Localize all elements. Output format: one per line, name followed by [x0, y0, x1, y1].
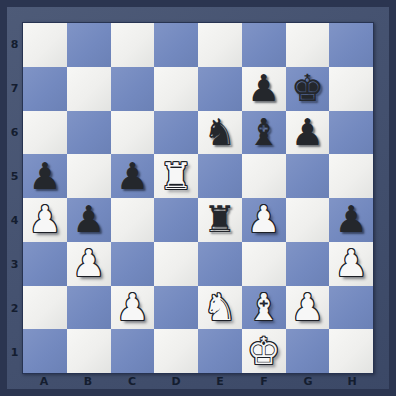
- square-g2[interactable]: ♟: [286, 286, 330, 330]
- square-g3[interactable]: [286, 242, 330, 286]
- square-e1[interactable]: [198, 329, 242, 373]
- square-f7[interactable]: ♟: [242, 67, 286, 111]
- square-h8[interactable]: [329, 23, 373, 67]
- square-e8[interactable]: [198, 23, 242, 67]
- white-pawn-h3-piece[interactable]: ♟: [335, 245, 368, 282]
- square-f3[interactable]: [242, 242, 286, 286]
- square-g8[interactable]: [286, 23, 330, 67]
- file-label-f: F: [242, 374, 286, 389]
- white-pawn-f4-piece[interactable]: ♟: [247, 201, 280, 238]
- square-f1[interactable]: ♚: [242, 329, 286, 373]
- square-a8[interactable]: [23, 23, 67, 67]
- file-label-e: E: [198, 374, 242, 389]
- square-g7[interactable]: ♚: [286, 67, 330, 111]
- chess-board: ♟♚♞♝♟♟♟♜♟♟♜♟♟♟♟♟♞♝♟♚: [22, 22, 374, 374]
- white-rook-d5-piece[interactable]: ♜: [160, 158, 193, 195]
- rank-label-1: 1: [7, 330, 22, 374]
- rank-label-4: 4: [7, 198, 22, 242]
- square-c5[interactable]: ♟: [111, 154, 155, 198]
- square-f2[interactable]: ♝: [242, 286, 286, 330]
- white-pawn-g2-piece[interactable]: ♟: [291, 289, 324, 326]
- square-h7[interactable]: [329, 67, 373, 111]
- white-pawn-a4-piece[interactable]: ♟: [28, 201, 61, 238]
- square-h5[interactable]: [329, 154, 373, 198]
- square-d2[interactable]: [154, 286, 198, 330]
- rank-label-6: 6: [7, 110, 22, 154]
- square-b8[interactable]: [67, 23, 111, 67]
- square-h1[interactable]: [329, 329, 373, 373]
- rank-labels: 87654321: [7, 22, 22, 374]
- square-c7[interactable]: [111, 67, 155, 111]
- square-e6[interactable]: ♞: [198, 111, 242, 155]
- black-pawn-f7-piece[interactable]: ♟: [247, 70, 280, 107]
- square-a2[interactable]: [23, 286, 67, 330]
- square-a5[interactable]: ♟: [23, 154, 67, 198]
- square-b7[interactable]: [67, 67, 111, 111]
- square-b2[interactable]: [67, 286, 111, 330]
- square-d6[interactable]: [154, 111, 198, 155]
- square-e7[interactable]: [198, 67, 242, 111]
- square-d7[interactable]: [154, 67, 198, 111]
- square-g5[interactable]: [286, 154, 330, 198]
- square-d5[interactable]: ♜: [154, 154, 198, 198]
- square-d1[interactable]: [154, 329, 198, 373]
- square-d4[interactable]: [154, 198, 198, 242]
- square-h3[interactable]: ♟: [329, 242, 373, 286]
- square-b4[interactable]: ♟: [67, 198, 111, 242]
- rank-label-7: 7: [7, 66, 22, 110]
- square-a7[interactable]: [23, 67, 67, 111]
- white-knight-e2-piece[interactable]: ♞: [203, 289, 236, 326]
- square-a4[interactable]: ♟: [23, 198, 67, 242]
- rank-label-3: 3: [7, 242, 22, 286]
- white-pawn-c2-piece[interactable]: ♟: [116, 289, 149, 326]
- square-e2[interactable]: ♞: [198, 286, 242, 330]
- square-f4[interactable]: ♟: [242, 198, 286, 242]
- black-pawn-a5-piece[interactable]: ♟: [28, 158, 61, 195]
- square-g6[interactable]: ♟: [286, 111, 330, 155]
- black-pawn-c5-piece[interactable]: ♟: [116, 158, 149, 195]
- square-g1[interactable]: [286, 329, 330, 373]
- black-pawn-g6-piece[interactable]: ♟: [291, 114, 324, 151]
- black-knight-e6-piece[interactable]: ♞: [203, 114, 236, 151]
- file-label-c: C: [110, 374, 154, 389]
- rank-label-8: 8: [7, 22, 22, 66]
- square-a3[interactable]: [23, 242, 67, 286]
- square-h4[interactable]: ♟: [329, 198, 373, 242]
- square-d8[interactable]: [154, 23, 198, 67]
- square-c3[interactable]: [111, 242, 155, 286]
- square-c4[interactable]: [111, 198, 155, 242]
- square-b3[interactable]: ♟: [67, 242, 111, 286]
- square-a6[interactable]: [23, 111, 67, 155]
- square-d3[interactable]: [154, 242, 198, 286]
- file-label-b: B: [66, 374, 110, 389]
- file-labels: ABCDEFGH: [22, 374, 374, 389]
- square-b1[interactable]: [67, 329, 111, 373]
- square-g4[interactable]: [286, 198, 330, 242]
- white-bishop-f2-piece[interactable]: ♝: [247, 289, 280, 326]
- square-b5[interactable]: [67, 154, 111, 198]
- file-label-g: G: [286, 374, 330, 389]
- rank-label-5: 5: [7, 154, 22, 198]
- file-label-a: A: [22, 374, 66, 389]
- file-label-d: D: [154, 374, 198, 389]
- square-e5[interactable]: [198, 154, 242, 198]
- black-pawn-b4-piece[interactable]: ♟: [72, 201, 105, 238]
- square-h6[interactable]: [329, 111, 373, 155]
- white-pawn-b3-piece[interactable]: ♟: [72, 245, 105, 282]
- white-king-f1-piece[interactable]: ♚: [247, 333, 280, 370]
- square-h2[interactable]: [329, 286, 373, 330]
- rank-label-2: 2: [7, 286, 22, 330]
- square-f6[interactable]: ♝: [242, 111, 286, 155]
- black-rook-e4-piece[interactable]: ♜: [203, 201, 236, 238]
- square-c8[interactable]: [111, 23, 155, 67]
- square-e3[interactable]: [198, 242, 242, 286]
- black-pawn-h4-piece[interactable]: ♟: [335, 201, 368, 238]
- square-c6[interactable]: [111, 111, 155, 155]
- file-label-h: H: [330, 374, 374, 389]
- black-king-g7-piece[interactable]: ♚: [291, 70, 324, 107]
- chess-app: 87654321 ABCDEFGH ♟♚♞♝♟♟♟♜♟♟♜♟♟♟♟♟♞♝♟♚: [0, 0, 396, 396]
- black-bishop-f6-piece[interactable]: ♝: [247, 114, 280, 151]
- square-f8[interactable]: [242, 23, 286, 67]
- square-e4[interactable]: ♜: [198, 198, 242, 242]
- square-a1[interactable]: [23, 329, 67, 373]
- square-c2[interactable]: ♟: [111, 286, 155, 330]
- square-c1[interactable]: [111, 329, 155, 373]
- square-f5[interactable]: [242, 154, 286, 198]
- square-b6[interactable]: [67, 111, 111, 155]
